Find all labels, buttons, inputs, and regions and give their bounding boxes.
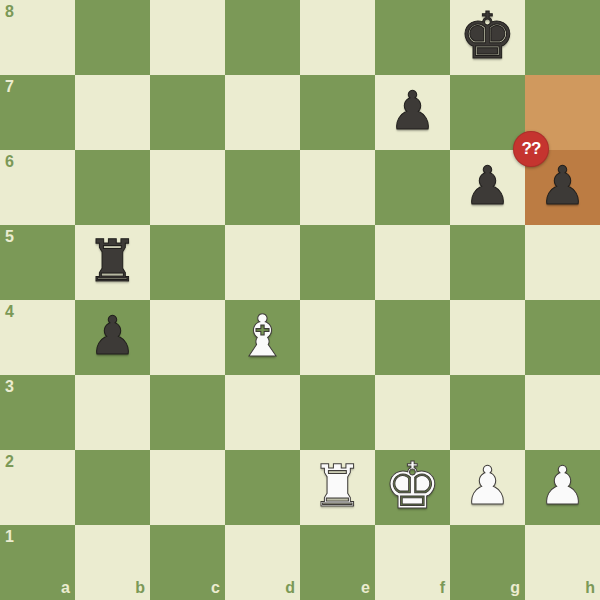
- square-c1[interactable]: c: [150, 525, 225, 600]
- square-f8[interactable]: [375, 0, 450, 75]
- rank-label-2: 2: [5, 454, 14, 470]
- square-g8[interactable]: ♚: [450, 0, 525, 75]
- rank-label-3: 3: [5, 379, 14, 395]
- square-a7[interactable]: 7: [0, 75, 75, 150]
- square-h4[interactable]: [525, 300, 600, 375]
- file-label-f: f: [440, 580, 445, 596]
- piece-black-rook-b5[interactable]: ♜: [75, 225, 150, 300]
- blunder-badge: ??: [513, 131, 549, 167]
- square-c7[interactable]: [150, 75, 225, 150]
- piece-white-king-f2[interactable]: ♚: [375, 450, 450, 525]
- square-d3[interactable]: [225, 375, 300, 450]
- square-b6[interactable]: [75, 150, 150, 225]
- square-e3[interactable]: [300, 375, 375, 450]
- square-b7[interactable]: [75, 75, 150, 150]
- square-d2[interactable]: [225, 450, 300, 525]
- square-d4[interactable]: ♝: [225, 300, 300, 375]
- square-b5[interactable]: ♜: [75, 225, 150, 300]
- square-d6[interactable]: [225, 150, 300, 225]
- square-f4[interactable]: [375, 300, 450, 375]
- file-label-e: e: [361, 580, 370, 596]
- square-g4[interactable]: [450, 300, 525, 375]
- square-b1[interactable]: b: [75, 525, 150, 600]
- rank-label-7: 7: [5, 79, 14, 95]
- square-g3[interactable]: [450, 375, 525, 450]
- rank-label-8: 8: [5, 4, 14, 20]
- file-label-b: b: [135, 580, 145, 596]
- rank-label-6: 6: [5, 154, 14, 170]
- square-h1[interactable]: h: [525, 525, 600, 600]
- square-h2[interactable]: ♟: [525, 450, 600, 525]
- square-e5[interactable]: [300, 225, 375, 300]
- square-a4[interactable]: 4: [0, 300, 75, 375]
- square-e4[interactable]: [300, 300, 375, 375]
- square-d7[interactable]: [225, 75, 300, 150]
- square-g6[interactable]: ♟: [450, 150, 525, 225]
- square-f2[interactable]: ♚: [375, 450, 450, 525]
- square-g5[interactable]: [450, 225, 525, 300]
- file-label-g: g: [510, 580, 520, 596]
- square-c8[interactable]: [150, 0, 225, 75]
- piece-white-rook-e2[interactable]: ♜: [300, 450, 375, 525]
- square-b4[interactable]: ♟: [75, 300, 150, 375]
- square-e2[interactable]: ♜: [300, 450, 375, 525]
- piece-white-pawn-g2[interactable]: ♟: [450, 450, 525, 525]
- square-e8[interactable]: [300, 0, 375, 75]
- square-c5[interactable]: [150, 225, 225, 300]
- rank-label-5: 5: [5, 229, 14, 245]
- square-a3[interactable]: 3: [0, 375, 75, 450]
- square-a2[interactable]: 2: [0, 450, 75, 525]
- square-e6[interactable]: [300, 150, 375, 225]
- piece-white-pawn-h2[interactable]: ♟: [525, 450, 600, 525]
- file-label-c: c: [211, 580, 220, 596]
- square-a1[interactable]: 1a: [0, 525, 75, 600]
- file-label-d: d: [285, 580, 295, 596]
- square-h8[interactable]: [525, 0, 600, 75]
- rank-label-4: 4: [5, 304, 14, 320]
- square-c4[interactable]: [150, 300, 225, 375]
- chess-board: 8♚7♟6♟♟5♜4♟♝32♜♚♟♟1abcdefgh ??: [0, 0, 600, 600]
- board-grid: 8♚7♟6♟♟5♜4♟♝32♜♚♟♟1abcdefgh: [0, 0, 600, 600]
- square-c6[interactable]: [150, 150, 225, 225]
- square-b2[interactable]: [75, 450, 150, 525]
- file-label-h: h: [585, 580, 595, 596]
- square-d8[interactable]: [225, 0, 300, 75]
- square-f1[interactable]: f: [375, 525, 450, 600]
- square-e7[interactable]: [300, 75, 375, 150]
- piece-white-bishop-d4[interactable]: ♝: [225, 300, 300, 375]
- square-g2[interactable]: ♟: [450, 450, 525, 525]
- square-g1[interactable]: g: [450, 525, 525, 600]
- square-f7[interactable]: ♟: [375, 75, 450, 150]
- piece-black-pawn-b4[interactable]: ♟: [75, 300, 150, 375]
- square-d5[interactable]: [225, 225, 300, 300]
- square-f5[interactable]: [375, 225, 450, 300]
- square-b3[interactable]: [75, 375, 150, 450]
- square-d1[interactable]: d: [225, 525, 300, 600]
- square-a8[interactable]: 8: [0, 0, 75, 75]
- square-h5[interactable]: [525, 225, 600, 300]
- square-a6[interactable]: 6: [0, 150, 75, 225]
- square-f6[interactable]: [375, 150, 450, 225]
- square-c3[interactable]: [150, 375, 225, 450]
- square-g7[interactable]: [450, 75, 525, 150]
- file-label-a: a: [61, 580, 70, 596]
- piece-black-king-g8[interactable]: ♚: [450, 0, 525, 75]
- rank-label-1: 1: [5, 529, 14, 545]
- square-c2[interactable]: [150, 450, 225, 525]
- piece-black-pawn-g6[interactable]: ♟: [450, 150, 525, 225]
- square-f3[interactable]: [375, 375, 450, 450]
- square-h3[interactable]: [525, 375, 600, 450]
- square-b8[interactable]: [75, 0, 150, 75]
- blunder-badge-label: ??: [522, 140, 541, 159]
- square-a5[interactable]: 5: [0, 225, 75, 300]
- square-e1[interactable]: e: [300, 525, 375, 600]
- piece-black-pawn-f7[interactable]: ♟: [375, 75, 450, 150]
